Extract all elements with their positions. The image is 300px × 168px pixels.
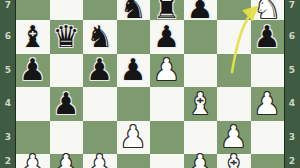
square-c5[interactable]: ♟ bbox=[83, 54, 117, 88]
black-pawn[interactable]: ♟ bbox=[254, 22, 281, 52]
rank-label-7-right: 7 bbox=[284, 0, 300, 10]
square-h7[interactable]: ♞ bbox=[251, 0, 285, 20]
white-pawn[interactable]: ♟ bbox=[120, 122, 147, 152]
square-c2[interactable]: ♟ bbox=[83, 154, 117, 168]
left-rank-rail: 765432 bbox=[0, 0, 16, 168]
square-f4[interactable]: ♝ bbox=[184, 87, 218, 121]
square-e4[interactable] bbox=[150, 87, 184, 121]
black-pawn[interactable]: ♟ bbox=[153, 22, 180, 52]
white-bishop[interactable]: ♝ bbox=[220, 151, 247, 168]
square-d2[interactable] bbox=[117, 154, 151, 168]
square-f5[interactable] bbox=[184, 54, 218, 88]
square-d4[interactable] bbox=[117, 87, 151, 121]
square-f6[interactable] bbox=[184, 20, 218, 54]
square-a5[interactable]: ♟ bbox=[16, 54, 50, 88]
square-h6[interactable]: ♟ bbox=[251, 20, 285, 54]
black-queen[interactable]: ♛ bbox=[53, 22, 80, 52]
rank-label-6-right: 6 bbox=[284, 31, 300, 41]
square-a6[interactable]: ♝ bbox=[16, 20, 50, 54]
rank-label-3-left: 3 bbox=[0, 132, 16, 142]
square-g7[interactable] bbox=[217, 0, 251, 20]
square-d7[interactable]: ♞ bbox=[117, 0, 151, 20]
black-knight[interactable]: ♞ bbox=[86, 22, 113, 52]
black-pawn[interactable]: ♟ bbox=[19, 55, 46, 85]
square-d3[interactable]: ♟ bbox=[117, 121, 151, 155]
square-b5[interactable] bbox=[50, 54, 84, 88]
square-f2[interactable]: ♟ bbox=[184, 154, 218, 168]
square-c7[interactable] bbox=[83, 0, 117, 20]
square-h2[interactable] bbox=[251, 154, 285, 168]
white-pawn[interactable]: ♟ bbox=[187, 151, 214, 168]
square-g5[interactable] bbox=[217, 54, 251, 88]
white-pawn[interactable]: ♟ bbox=[53, 151, 80, 168]
white-pawn[interactable]: ♟ bbox=[254, 89, 281, 119]
square-e2[interactable] bbox=[150, 154, 184, 168]
square-b2[interactable]: ♟ bbox=[50, 154, 84, 168]
rank-label-5-left: 5 bbox=[0, 65, 16, 75]
square-g6[interactable] bbox=[217, 20, 251, 54]
square-e7[interactable]: ♜ bbox=[150, 0, 184, 20]
square-a7[interactable] bbox=[16, 0, 50, 20]
right-rank-rail: 765432 bbox=[284, 0, 300, 168]
square-h3[interactable] bbox=[251, 121, 285, 155]
white-bishop[interactable]: ♝ bbox=[187, 89, 214, 119]
white-pawn[interactable]: ♟ bbox=[19, 151, 46, 168]
square-g2[interactable]: ♝ bbox=[217, 154, 251, 168]
square-h5[interactable] bbox=[251, 54, 285, 88]
black-bishop[interactable]: ♝ bbox=[19, 22, 46, 52]
rank-label-4-left: 4 bbox=[0, 98, 16, 108]
square-a2[interactable]: ♟ bbox=[16, 154, 50, 168]
chessboard: ♞♜♟♞♝♛♞♟♟♟♟♟♟♟♝♟♟♟♟♟♟♟♝ bbox=[16, 0, 284, 168]
square-f7[interactable]: ♟ bbox=[184, 0, 218, 20]
chessboard-screenshot: 765432 ♞♜♟♞♝♛♞♟♟♟♟♟♟♟♝♟♟♟♟♟♟♟♝ 765432 bbox=[0, 0, 300, 168]
square-b7[interactable] bbox=[50, 0, 84, 20]
rank-label-2-right: 2 bbox=[284, 156, 300, 166]
square-a4[interactable] bbox=[16, 87, 50, 121]
square-b4[interactable]: ♟ bbox=[50, 87, 84, 121]
rank-label-7-left: 7 bbox=[0, 0, 16, 10]
square-d6[interactable] bbox=[117, 20, 151, 54]
square-c4[interactable] bbox=[83, 87, 117, 121]
square-e3[interactable] bbox=[150, 121, 184, 155]
square-c6[interactable]: ♞ bbox=[83, 20, 117, 54]
square-e5[interactable]: ♟ bbox=[150, 54, 184, 88]
black-pawn[interactable]: ♟ bbox=[120, 55, 147, 85]
rank-label-6-left: 6 bbox=[0, 31, 16, 41]
rank-label-3-right: 3 bbox=[284, 132, 300, 142]
black-pawn[interactable]: ♟ bbox=[53, 89, 80, 119]
square-g4[interactable] bbox=[217, 87, 251, 121]
square-b6[interactable]: ♛ bbox=[50, 20, 84, 54]
black-pawn[interactable]: ♟ bbox=[86, 55, 113, 85]
square-e6[interactable]: ♟ bbox=[150, 20, 184, 54]
rank-label-4-right: 4 bbox=[284, 98, 300, 108]
rank-label-5-right: 5 bbox=[284, 65, 300, 75]
white-pawn[interactable]: ♟ bbox=[86, 151, 113, 168]
square-h4[interactable]: ♟ bbox=[251, 87, 285, 121]
square-d5[interactable]: ♟ bbox=[117, 54, 151, 88]
white-pawn[interactable]: ♟ bbox=[153, 55, 180, 85]
rank-label-2-left: 2 bbox=[0, 156, 16, 166]
